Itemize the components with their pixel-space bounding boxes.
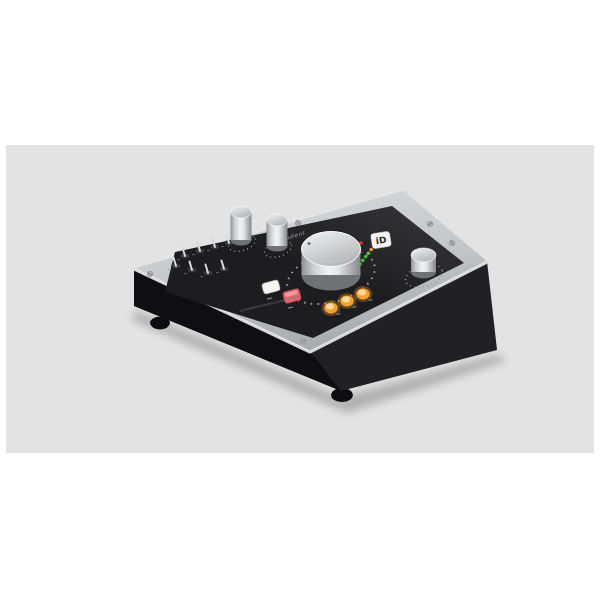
screw <box>449 240 454 245</box>
knob-top <box>267 214 288 226</box>
knob-pointer-dot <box>307 242 310 245</box>
volume-knob <box>302 232 361 291</box>
knob-top <box>411 248 436 262</box>
screw <box>300 338 305 343</box>
orange-button <box>354 286 373 302</box>
gain-knob-1 <box>231 206 252 246</box>
headphone-knob <box>411 248 436 279</box>
knob-top <box>231 206 252 218</box>
meter-led <box>367 251 371 255</box>
id-badge: iD <box>370 231 391 249</box>
meter-led <box>361 259 365 263</box>
screw <box>147 271 152 276</box>
product-photo: iD audient HIGH PERFORMANCE AD/DA INTERF… <box>0 0 600 600</box>
screw <box>295 220 300 225</box>
gain-knob-2 <box>267 214 288 252</box>
knob-top <box>302 232 361 267</box>
meter-led <box>369 248 373 252</box>
scene-svg: iD audient HIGH PERFORMANCE AD/DA INTERF… <box>0 0 600 600</box>
id-badge-label: iD <box>375 235 387 247</box>
meter-led <box>364 255 368 259</box>
screw <box>427 221 432 226</box>
